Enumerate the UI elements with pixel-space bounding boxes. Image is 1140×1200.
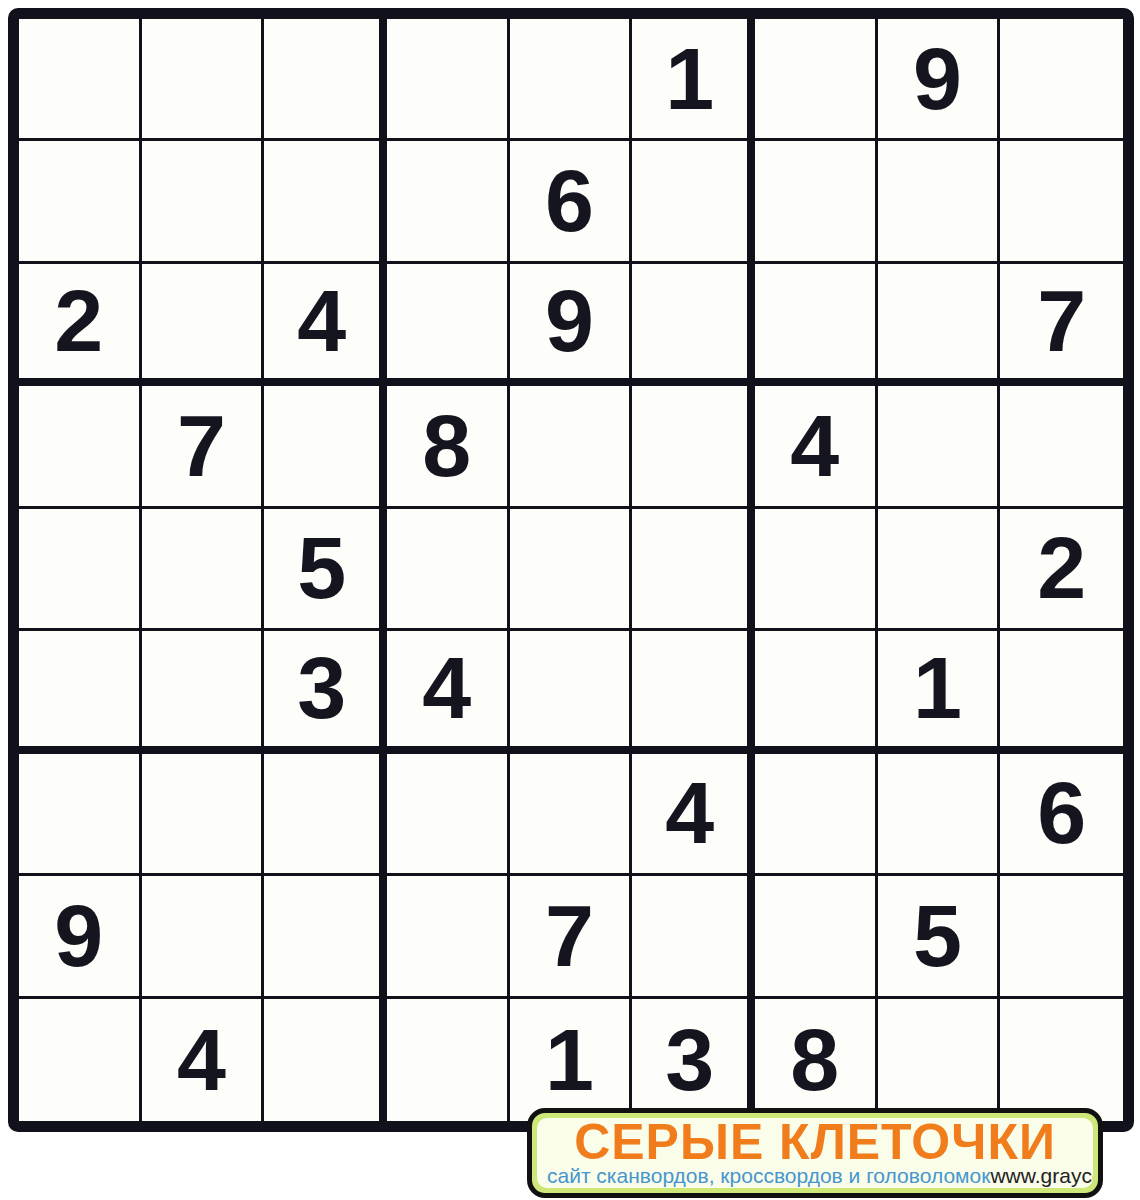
cell-value: 7 [1037, 277, 1086, 365]
cell-value: 9 [54, 892, 103, 980]
cell-value: 6 [1037, 769, 1086, 857]
sudoku-cell: 9 [19, 876, 142, 998]
cell-value: 8 [422, 402, 471, 490]
sudoku-cell[interactable] [510, 754, 633, 876]
sudoku-cell[interactable] [142, 19, 265, 141]
sudoku-cell[interactable] [142, 509, 265, 631]
sudoku-cell[interactable] [264, 19, 387, 141]
cell-value: 5 [913, 892, 962, 980]
sudoku-cell[interactable] [387, 141, 510, 263]
sudoku-cell[interactable] [510, 631, 633, 753]
sudoku-cell[interactable] [387, 509, 510, 631]
sudoku-cell[interactable] [1000, 876, 1123, 998]
cell-value: 8 [790, 1016, 839, 1104]
sudoku-cell: 2 [1000, 509, 1123, 631]
cell-value: 6 [545, 157, 594, 245]
sudoku-cell[interactable] [387, 19, 510, 141]
cell-value: 1 [545, 1016, 594, 1104]
sudoku-cell[interactable] [264, 999, 387, 1121]
sudoku-cell: 6 [510, 141, 633, 263]
sudoku-cell[interactable] [264, 386, 387, 508]
sudoku-cell[interactable] [19, 509, 142, 631]
sudoku-cell: 4 [755, 386, 878, 508]
sudoku-cell[interactable] [755, 876, 878, 998]
cell-value: 9 [545, 277, 594, 365]
sudoku-cell[interactable] [878, 264, 1001, 386]
sudoku-cell[interactable] [755, 264, 878, 386]
sudoku-cell[interactable] [264, 754, 387, 876]
sudoku-cell[interactable] [142, 876, 265, 998]
banner-url-link[interactable]: www.graycell.ru [990, 1165, 1093, 1186]
sudoku-cell[interactable] [878, 386, 1001, 508]
sudoku-cell[interactable] [1000, 999, 1123, 1121]
banner-subtitle: сайт сканвордов, кроссвордов и головолом… [547, 1165, 990, 1186]
sudoku-cell[interactable] [632, 264, 755, 386]
sudoku-cell[interactable] [142, 264, 265, 386]
site-banner-inner: СЕРЫЕ КЛЕТОЧКИ сайт сканвордов, кроссвор… [537, 1118, 1093, 1188]
cell-value: 2 [54, 277, 103, 365]
sudoku-cell[interactable] [19, 631, 142, 753]
site-banner: СЕРЫЕ КЛЕТОЧКИ сайт сканвордов, кроссвор… [527, 1108, 1103, 1198]
sudoku-cell: 4 [264, 264, 387, 386]
sudoku-cell[interactable] [142, 141, 265, 263]
sudoku-cell[interactable] [1000, 141, 1123, 263]
sudoku-cell[interactable] [19, 754, 142, 876]
sudoku-cell: 4 [632, 754, 755, 876]
sudoku-cell[interactable] [1000, 19, 1123, 141]
sudoku-cell: 3 [632, 999, 755, 1121]
sudoku-cell: 9 [510, 264, 633, 386]
banner-title: СЕРЫЕ КЛЕТОЧКИ [547, 1119, 1083, 1165]
sudoku-cell[interactable] [387, 754, 510, 876]
sudoku-cell: 5 [264, 509, 387, 631]
cell-value: 3 [297, 644, 346, 732]
sudoku-cell: 4 [387, 631, 510, 753]
sudoku-cell: 4 [142, 999, 265, 1121]
cell-value: 4 [297, 277, 346, 365]
sudoku-cell[interactable] [1000, 386, 1123, 508]
cell-value: 4 [177, 1016, 226, 1104]
sudoku-cell[interactable] [264, 876, 387, 998]
sudoku-cell[interactable] [19, 19, 142, 141]
sudoku-cell[interactable] [755, 631, 878, 753]
cell-value: 1 [665, 35, 714, 123]
sudoku-cell: 7 [142, 386, 265, 508]
sudoku-cell[interactable] [755, 141, 878, 263]
cell-value: 4 [665, 769, 714, 857]
sudoku-board: 196249778452341469754138 [8, 8, 1134, 1132]
sudoku-cell: 9 [878, 19, 1001, 141]
sudoku-cell[interactable] [632, 509, 755, 631]
sudoku-cell[interactable] [19, 386, 142, 508]
sudoku-cell[interactable] [878, 754, 1001, 876]
cell-value: 2 [1037, 524, 1086, 612]
sudoku-cell[interactable] [19, 999, 142, 1121]
sudoku-cell[interactable] [878, 509, 1001, 631]
sudoku-cell: 2 [19, 264, 142, 386]
cell-value: 3 [665, 1016, 714, 1104]
sudoku-cell: 5 [878, 876, 1001, 998]
cell-value: 7 [545, 892, 594, 980]
sudoku-cell[interactable] [1000, 631, 1123, 753]
sudoku-cell: 1 [878, 631, 1001, 753]
sudoku-cell[interactable] [632, 631, 755, 753]
banner-bottom-row: сайт сканвордов, кроссвордов и головолом… [547, 1165, 1083, 1186]
sudoku-cell[interactable] [264, 141, 387, 263]
sudoku-cell[interactable] [755, 754, 878, 876]
sudoku-cell[interactable] [632, 386, 755, 508]
sudoku-cell: 1 [632, 19, 755, 141]
sudoku-cell[interactable] [142, 754, 265, 876]
sudoku-cell[interactable] [510, 19, 633, 141]
sudoku-cell[interactable] [387, 876, 510, 998]
cell-value: 4 [422, 644, 471, 732]
sudoku-cell: 7 [510, 876, 633, 998]
sudoku-cell[interactable] [878, 999, 1001, 1121]
sudoku-cell[interactable] [510, 509, 633, 631]
sudoku-cell: 1 [510, 999, 633, 1121]
cell-value: 4 [790, 402, 839, 490]
page: 196249778452341469754138 СЕРЫЕ КЛЕТОЧКИ … [0, 0, 1140, 1200]
sudoku-cell[interactable] [755, 19, 878, 141]
sudoku-cell[interactable] [755, 509, 878, 631]
sudoku-cell[interactable] [19, 141, 142, 263]
sudoku-cell[interactable] [632, 876, 755, 998]
sudoku-cell[interactable] [142, 631, 265, 753]
sudoku-cell[interactable] [878, 141, 1001, 263]
sudoku-cell: 7 [1000, 264, 1123, 386]
sudoku-cell: 8 [387, 386, 510, 508]
sudoku-cell[interactable] [387, 264, 510, 386]
sudoku-cell[interactable] [632, 141, 755, 263]
cell-value: 1 [913, 644, 962, 732]
sudoku-cell[interactable] [387, 999, 510, 1121]
sudoku-cell: 8 [755, 999, 878, 1121]
sudoku-cell: 6 [1000, 754, 1123, 876]
sudoku-cell: 3 [264, 631, 387, 753]
cell-value: 7 [177, 402, 226, 490]
cell-value: 5 [297, 524, 346, 612]
sudoku-cell[interactable] [510, 386, 633, 508]
cell-value: 9 [913, 35, 962, 123]
